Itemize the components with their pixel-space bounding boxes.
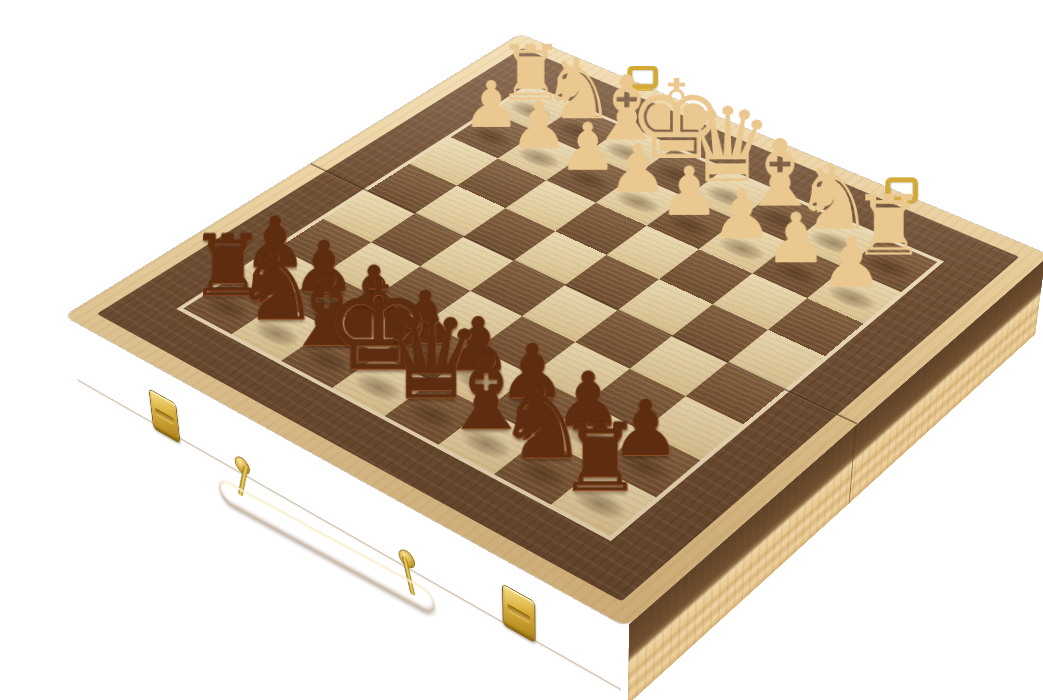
white-pawn-glyph: ♟ [765, 203, 827, 273]
black-rook-glyph: ♜ [558, 410, 642, 504]
chess-case: ♜♞♝♚♛♝♞♜♟♟♟♟♟♟♟♟♟♟♟♟♟♟♟♟♜♞♝♚♛♝♞♜ [65, 34, 1043, 627]
white-pawn-glyph: ♟ [711, 180, 773, 249]
product-photo-stage: ♜♞♝♚♛♝♞♜♟♟♟♟♟♟♟♟♟♟♟♟♟♟♟♟♜♞♝♚♛♝♞♜ [0, 0, 1043, 700]
carry-handle [218, 476, 435, 617]
case-halves-seam [849, 425, 857, 504]
white-pawn-glyph: ♟ [820, 227, 883, 297]
clasp-left [149, 388, 181, 444]
clasp-right [502, 583, 536, 643]
